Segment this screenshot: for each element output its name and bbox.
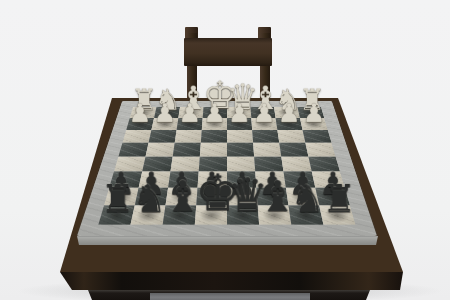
piece-g2-wP[interactable]: ♟ xyxy=(152,100,177,126)
square-h4[interactable] xyxy=(118,143,148,157)
square-h3[interactable] xyxy=(122,130,151,143)
piece-h8-bR[interactable]: ♜ xyxy=(101,179,133,217)
piece-e8-bK[interactable]: ♚ xyxy=(195,167,227,217)
piece-b2-wP[interactable]: ♟ xyxy=(277,100,302,126)
piece-c2-wP[interactable]: ♟ xyxy=(252,100,277,126)
piece-c8-bB[interactable]: ♝ xyxy=(259,175,291,217)
square-e4[interactable] xyxy=(200,143,227,157)
square-a3[interactable] xyxy=(303,130,332,143)
square-b3[interactable] xyxy=(277,130,305,143)
piece-h2-wP[interactable]: ♟ xyxy=(128,100,153,126)
chair-back-rail xyxy=(184,38,272,66)
piece-b8-bN[interactable]: ♞ xyxy=(290,179,322,217)
piece-a2-wP[interactable]: ♟ xyxy=(302,100,327,126)
square-c4[interactable] xyxy=(253,143,281,157)
scene: ♜♞♝♚♛♝♞♜♟♟♟♟♟♟♟♟♟♟♟♟♟♟♟♟♜♞♝♚♛♝♞♜ xyxy=(0,0,450,300)
square-g4[interactable] xyxy=(146,143,175,157)
square-d3[interactable] xyxy=(227,130,253,143)
piece-d8-bQ[interactable]: ♛ xyxy=(227,171,259,217)
square-f3[interactable] xyxy=(175,130,202,143)
board-3d: ♜♞♝♚♛♝♞♜♟♟♟♟♟♟♟♟♟♟♟♟♟♟♟♟♜♞♝♚♛♝♞♜ xyxy=(77,101,377,236)
piece-e2-wP[interactable]: ♟ xyxy=(202,100,227,126)
table-front-edge xyxy=(60,272,403,291)
piece-d2-wP[interactable]: ♟ xyxy=(227,100,252,126)
square-b4[interactable] xyxy=(279,143,308,157)
square-a4[interactable] xyxy=(305,143,335,157)
piece-g8-bN[interactable]: ♞ xyxy=(132,179,164,217)
piece-a8-bR[interactable]: ♜ xyxy=(322,179,354,217)
table-stretcher xyxy=(150,293,310,300)
square-d4[interactable] xyxy=(227,143,254,157)
square-f4[interactable] xyxy=(173,143,201,157)
piece-f8-bB[interactable]: ♝ xyxy=(164,175,196,217)
square-e3[interactable] xyxy=(201,130,227,143)
board-slab-front-edge xyxy=(77,236,378,245)
square-g3[interactable] xyxy=(149,130,177,143)
square-c3[interactable] xyxy=(252,130,279,143)
piece-f2-wP[interactable]: ♟ xyxy=(177,100,202,126)
